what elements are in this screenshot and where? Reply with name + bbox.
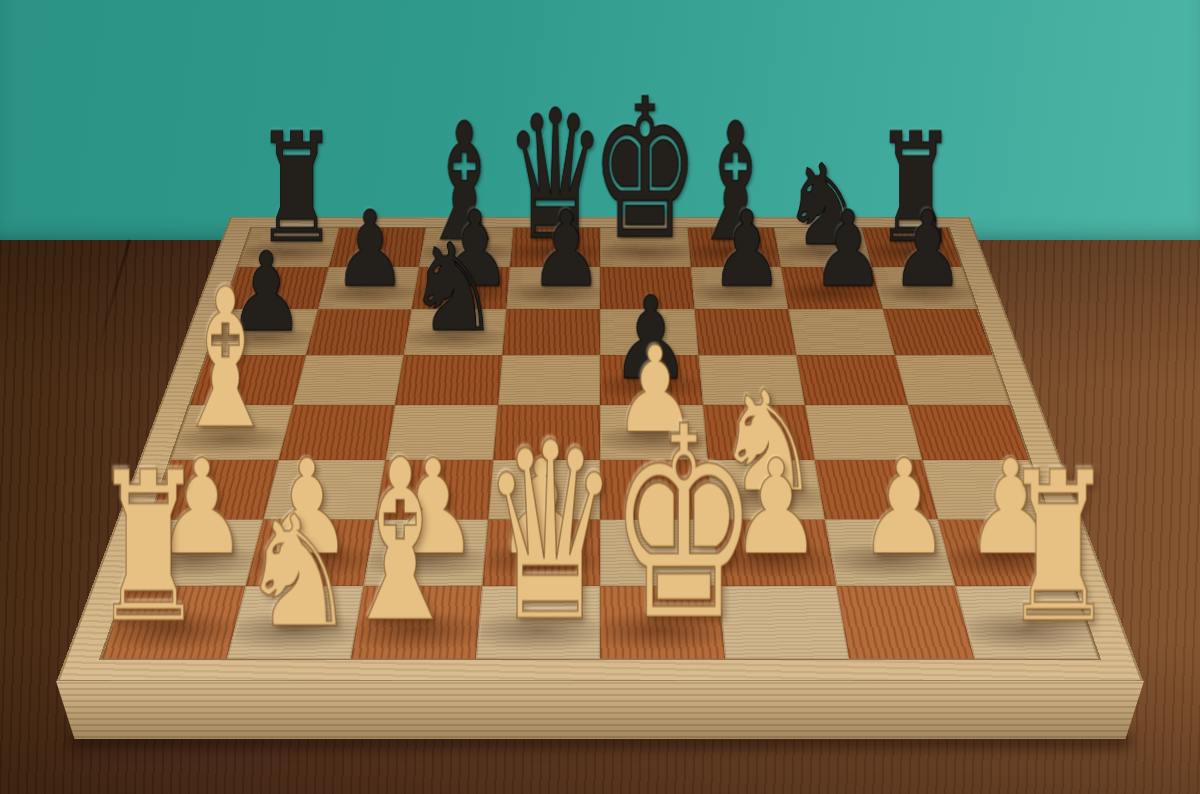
square-e7[interactable] <box>600 267 694 309</box>
square-d7[interactable]: ♟ <box>506 267 600 309</box>
chess-board-grid: ♜♝♛♚♝♞♜♟♟♟♟♟♟♟♞♟♝♟♞♟♟♟♟♟♟♟♜♞♝♛♚♜ <box>102 228 1099 659</box>
square-e1[interactable]: ♚ <box>600 586 725 659</box>
square-a2[interactable]: ♟ <box>127 520 262 586</box>
piece-black-bishop[interactable]: ♝ <box>419 102 511 265</box>
square-g3[interactable] <box>815 460 938 520</box>
square-f7[interactable]: ♟ <box>690 267 788 309</box>
square-b6[interactable] <box>306 309 412 355</box>
square-b1[interactable]: ♞ <box>226 586 363 659</box>
square-f3[interactable]: ♞ <box>707 460 825 520</box>
square-a4[interactable]: ♝ <box>171 405 293 460</box>
square-a5[interactable] <box>190 355 306 405</box>
square-f6[interactable] <box>694 309 796 355</box>
square-c6[interactable]: ♞ <box>404 309 506 355</box>
square-h1[interactable]: ♜ <box>955 586 1099 659</box>
square-d4[interactable] <box>493 405 600 460</box>
square-c8[interactable]: ♝ <box>419 228 513 267</box>
square-f2[interactable]: ♟ <box>712 520 836 586</box>
square-e4[interactable]: ♟ <box>600 405 707 460</box>
piece-black-bishop[interactable]: ♝ <box>689 102 781 265</box>
board-front-edge <box>56 681 1144 739</box>
square-a7[interactable] <box>223 267 328 309</box>
square-b8[interactable] <box>329 228 426 267</box>
square-g7[interactable]: ♟ <box>781 267 883 309</box>
square-b7[interactable]: ♟ <box>318 267 420 309</box>
square-f4[interactable] <box>703 405 815 460</box>
piece-black-rook[interactable]: ♜ <box>875 112 956 263</box>
square-g1[interactable] <box>836 586 973 659</box>
square-g5[interactable] <box>796 355 907 405</box>
square-e8[interactable]: ♚ <box>600 228 690 267</box>
square-c4[interactable] <box>385 405 497 460</box>
square-f8[interactable]: ♝ <box>687 228 781 267</box>
square-h3[interactable] <box>922 460 1050 520</box>
square-e2[interactable] <box>600 520 718 586</box>
square-b2[interactable]: ♟ <box>245 520 375 586</box>
square-h6[interactable] <box>882 309 992 355</box>
square-a8[interactable]: ♜ <box>238 228 339 267</box>
square-f1[interactable] <box>718 586 849 659</box>
square-c5[interactable] <box>395 355 502 405</box>
square-d6[interactable] <box>502 309 600 355</box>
chess-board: ♜♝♛♚♝♞♜♟♟♟♟♟♟♟♞♟♝♟♞♟♟♟♟♟♟♟♜♞♝♛♚♜ <box>57 217 1144 682</box>
square-b5[interactable] <box>293 355 404 405</box>
piece-black-king[interactable]: ♚ <box>591 73 700 266</box>
square-g8[interactable]: ♞ <box>774 228 871 267</box>
square-a1[interactable]: ♜ <box>102 586 246 659</box>
square-e6[interactable] <box>600 309 698 355</box>
square-d5[interactable] <box>498 355 601 405</box>
perspective-container: ♜♝♛♚♝♞♜♟♟♟♟♟♟♟♞♟♝♟♞♟♟♟♟♟♟♟♜♞♝♛♚♜ <box>0 0 1200 794</box>
piece-black-rook[interactable]: ♜ <box>256 112 337 263</box>
square-h5[interactable] <box>894 355 1010 405</box>
square-d1[interactable]: ♛ <box>475 586 600 659</box>
square-a6[interactable]: ♟ <box>207 309 317 355</box>
square-c7[interactable]: ♟ <box>412 267 510 309</box>
square-d8[interactable]: ♛ <box>510 228 600 267</box>
square-g4[interactable] <box>805 405 922 460</box>
square-c2[interactable]: ♟ <box>364 520 488 586</box>
square-d2[interactable]: ♟ <box>482 520 600 586</box>
square-h8[interactable]: ♜ <box>861 228 962 267</box>
square-h7[interactable]: ♟ <box>871 267 976 309</box>
square-h2[interactable]: ♟ <box>937 520 1072 586</box>
square-b4[interactable] <box>278 405 395 460</box>
square-g2[interactable]: ♟ <box>825 520 955 586</box>
square-h4[interactable] <box>908 405 1030 460</box>
square-e3[interactable] <box>600 460 712 520</box>
photo-scene: ♜♝♛♚♝♞♜♟♟♟♟♟♟♟♞♟♝♟♞♟♟♟♟♟♟♟♜♞♝♛♚♜ <box>0 0 1200 794</box>
square-c3[interactable] <box>375 460 493 520</box>
square-a3[interactable] <box>150 460 278 520</box>
square-g6[interactable] <box>788 309 894 355</box>
piece-black-knight[interactable]: ♞ <box>782 150 869 262</box>
square-b3[interactable] <box>263 460 386 520</box>
square-c1[interactable]: ♝ <box>351 586 482 659</box>
piece-black-queen[interactable]: ♛ <box>505 86 606 264</box>
square-d3[interactable] <box>488 460 600 520</box>
square-e5[interactable]: ♟ <box>600 355 703 405</box>
square-f5[interactable] <box>698 355 805 405</box>
